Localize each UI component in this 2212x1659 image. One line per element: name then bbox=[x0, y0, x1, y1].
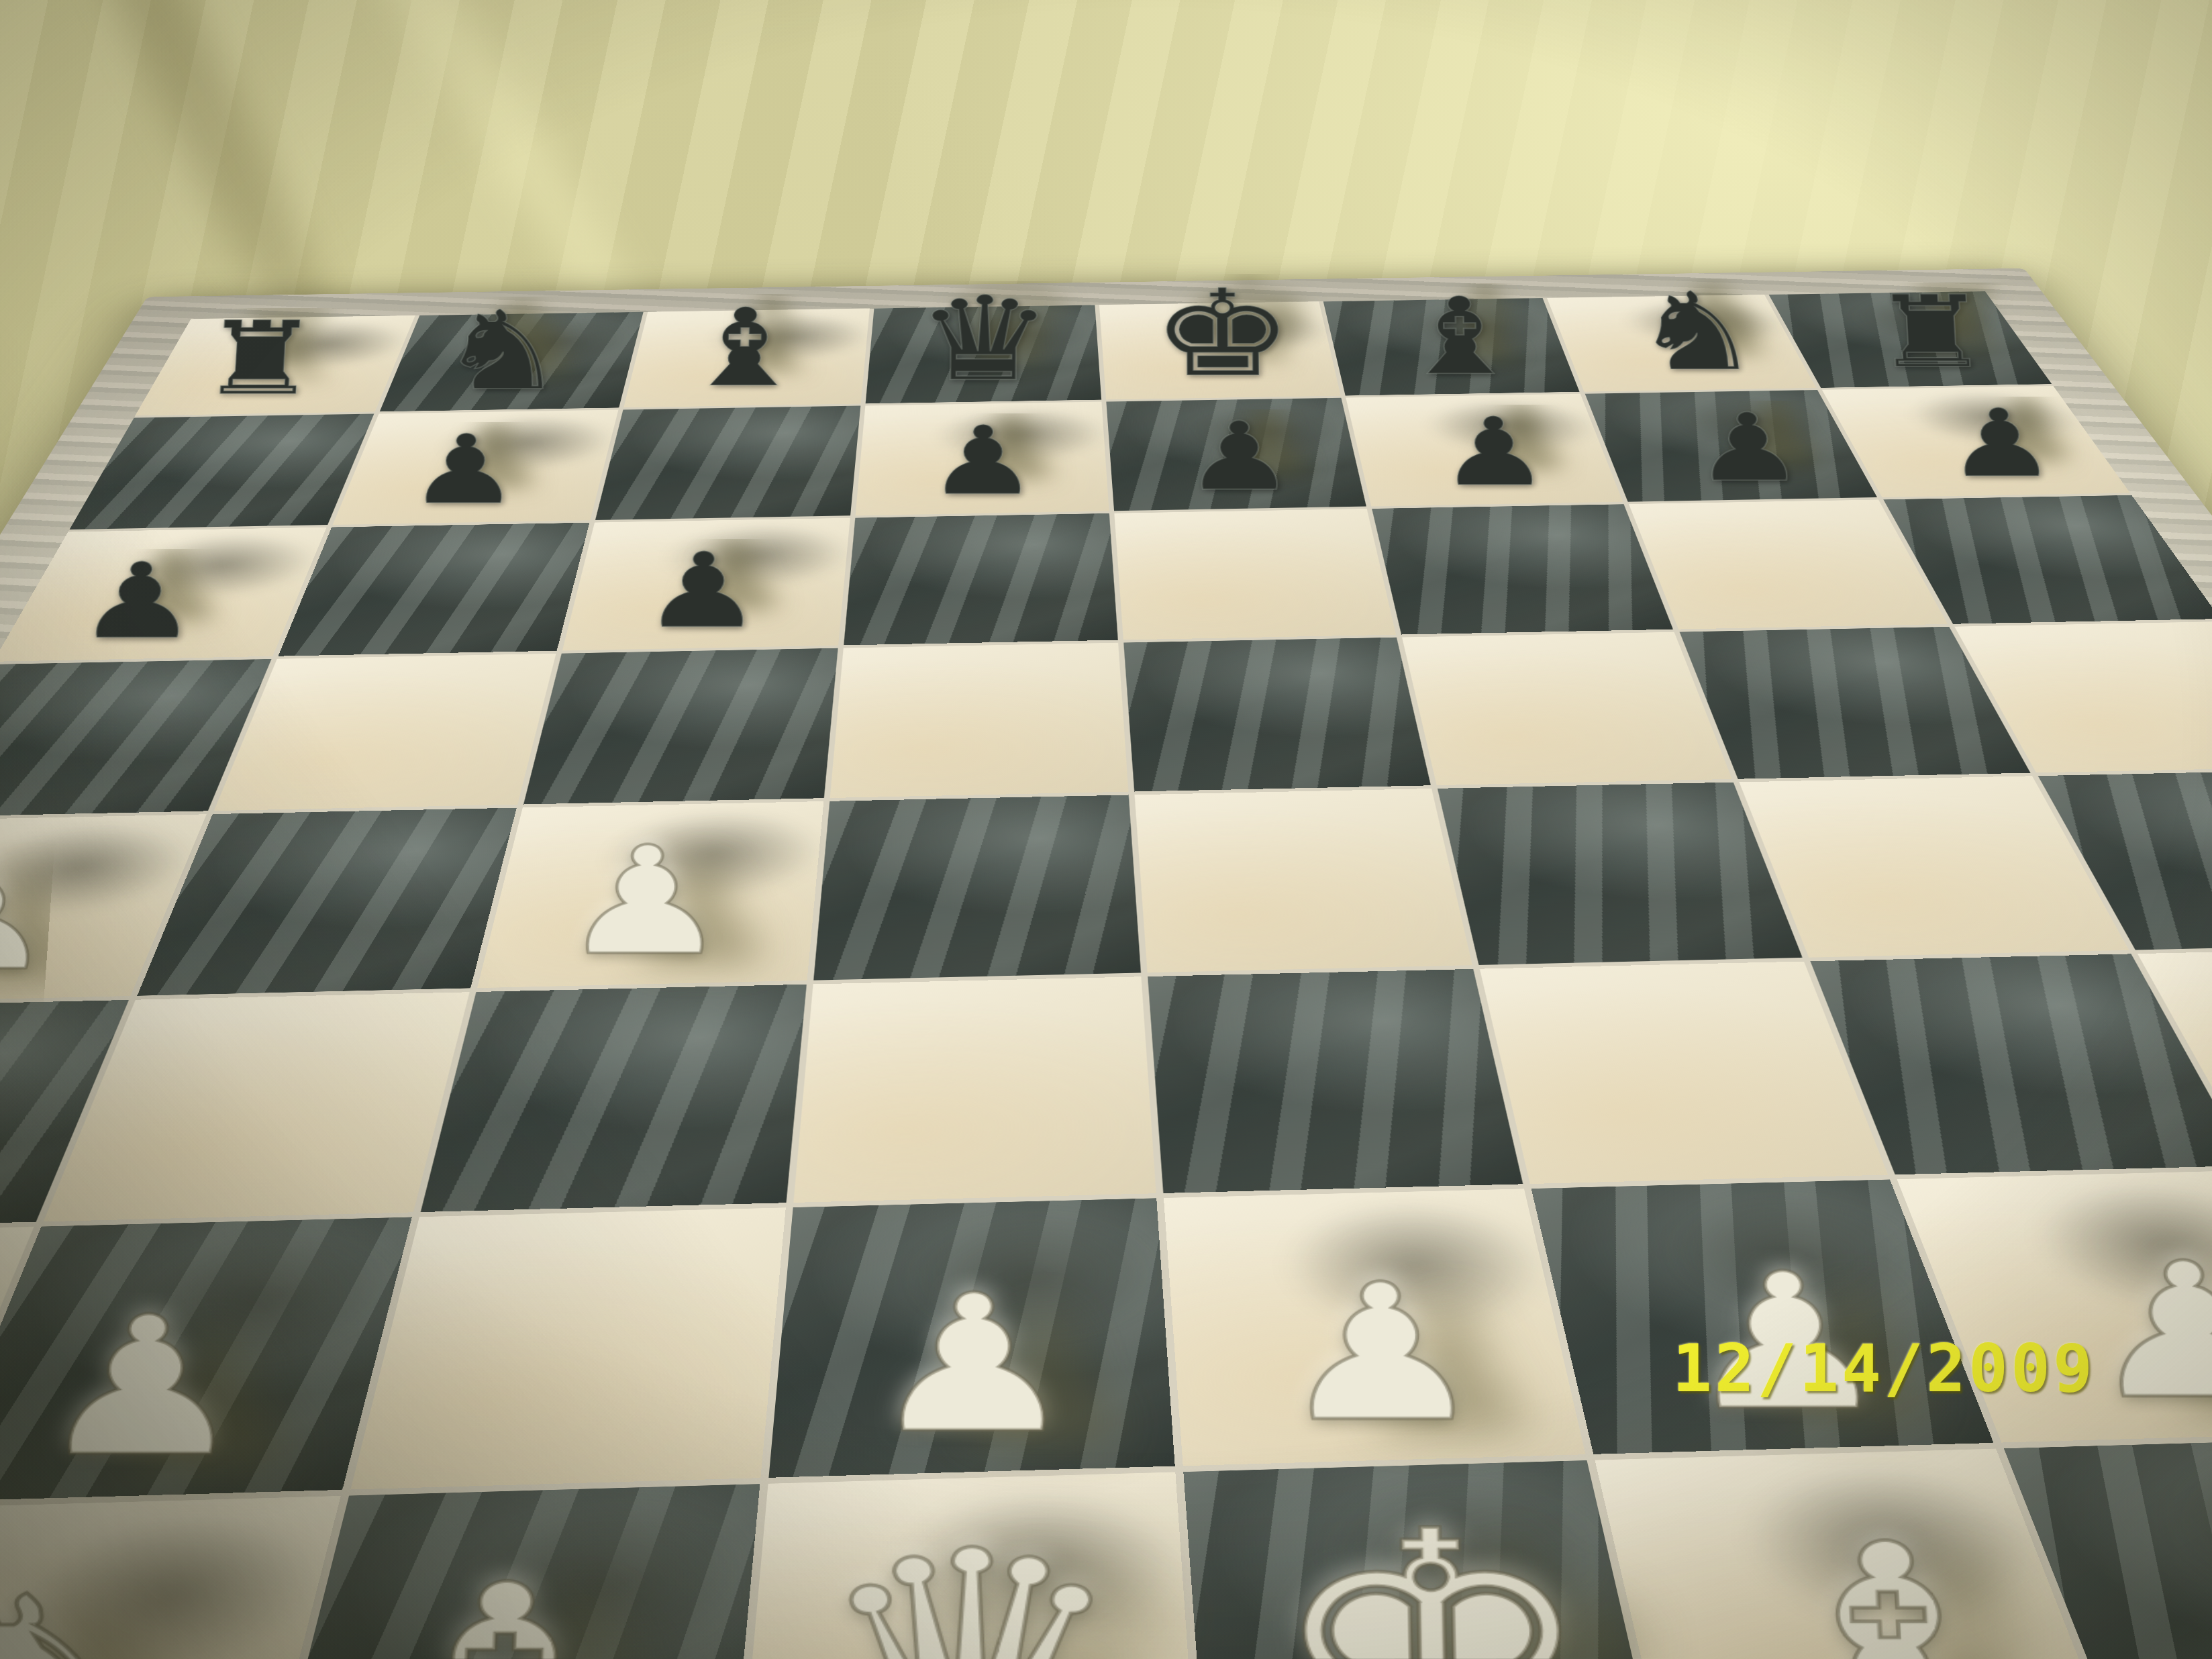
piece-black-bishop-f8[interactable]: ♝ bbox=[1395, 283, 1525, 390]
square-f6[interactable] bbox=[1372, 504, 1672, 634]
square-b7[interactable]: ♟ bbox=[333, 410, 618, 525]
photo-scene: ♜♞♝♛♚♝♞♜♟♟♟♟♟♟♟♟♟♟♟♟♟♟♟♟♜♞♝♛♚♝♞♜ 12/14/2… bbox=[0, 0, 2212, 1659]
square-d2[interactable]: ♟ bbox=[768, 1198, 1175, 1478]
square-g5[interactable] bbox=[1679, 627, 2030, 779]
square-c3[interactable] bbox=[420, 985, 807, 1212]
piece-black-pawn-b7[interactable]: ♟ bbox=[407, 422, 523, 517]
square-e4[interactable] bbox=[1135, 789, 1473, 972]
piece-white-pawn-g2[interactable]: ♟ bbox=[2078, 1239, 2212, 1425]
piece-black-pawn-h7[interactable]: ♟ bbox=[1942, 397, 2058, 491]
square-d8[interactable]: ♛ bbox=[865, 305, 1101, 404]
piece-white-pawn-d2[interactable]: ♟ bbox=[866, 1270, 1079, 1460]
piece-white-bishop-c1[interactable]: ♝ bbox=[349, 1551, 654, 1659]
piece-black-rook-h8[interactable]: ♜ bbox=[1870, 283, 1993, 383]
square-d1[interactable]: ♛ bbox=[737, 1472, 1199, 1659]
square-f5[interactable] bbox=[1402, 632, 1731, 786]
square-a8[interactable]: ♜ bbox=[135, 315, 415, 415]
square-e6[interactable] bbox=[1114, 509, 1396, 640]
square-g8[interactable]: ♞ bbox=[1546, 295, 1816, 392]
piece-white-pawn-b2[interactable]: ♟ bbox=[32, 1292, 257, 1483]
board-frame: ♜♞♝♛♚♝♞♜♟♟♟♟♟♟♟♟♟♟♟♟♟♟♟♟♜♞♝♛♚♝♞♜ bbox=[0, 268, 2212, 1659]
square-c6[interactable]: ♟ bbox=[562, 518, 850, 651]
square-b1[interactable]: ♞ bbox=[0, 1496, 340, 1659]
square-b8[interactable]: ♞ bbox=[380, 312, 643, 412]
piece-white-pawn-c4[interactable]: ♟ bbox=[558, 827, 734, 976]
square-e5[interactable] bbox=[1123, 638, 1431, 792]
square-c2[interactable] bbox=[350, 1207, 785, 1489]
square-f4[interactable] bbox=[1438, 783, 1802, 966]
piece-black-pawn-a6[interactable]: ♟ bbox=[74, 549, 203, 654]
piece-shadow bbox=[2067, 1418, 2212, 1658]
piece-white-pawn-a4[interactable]: ♟ bbox=[0, 842, 64, 993]
square-e7[interactable]: ♟ bbox=[1106, 398, 1366, 511]
piece-black-pawn-g7[interactable]: ♟ bbox=[1691, 401, 1805, 495]
square-h7[interactable]: ♟ bbox=[1822, 386, 2130, 497]
square-d3[interactable] bbox=[793, 977, 1156, 1203]
square-e3[interactable] bbox=[1148, 969, 1523, 1193]
square-c5[interactable] bbox=[523, 648, 838, 805]
piece-black-pawn-d7[interactable]: ♟ bbox=[926, 413, 1040, 508]
square-g3[interactable] bbox=[1810, 954, 2212, 1174]
square-c7[interactable] bbox=[595, 406, 860, 520]
piece-black-pawn-e7[interactable]: ♟ bbox=[1183, 409, 1296, 504]
piece-white-bishop-f1[interactable]: ♝ bbox=[1740, 1511, 2043, 1659]
square-a7[interactable] bbox=[70, 414, 374, 530]
piece-black-pawn-f7[interactable]: ♟ bbox=[1438, 405, 1552, 499]
piece-black-pawn-c6[interactable]: ♟ bbox=[640, 539, 765, 643]
piece-black-rook-a8[interactable]: ♜ bbox=[197, 309, 323, 410]
square-f8[interactable]: ♝ bbox=[1323, 298, 1579, 396]
square-d7[interactable]: ♟ bbox=[855, 402, 1109, 515]
date-stamp: 12/14/2009 bbox=[1672, 1330, 2095, 1407]
square-b2[interactable]: ♟ bbox=[0, 1217, 411, 1501]
square-c8[interactable]: ♝ bbox=[623, 309, 870, 408]
square-e8[interactable]: ♚ bbox=[1099, 301, 1341, 399]
piece-black-knight-b8[interactable]: ♞ bbox=[436, 297, 570, 406]
piece-white-queen-d1[interactable]: ♛ bbox=[808, 1514, 1129, 1659]
square-d4[interactable] bbox=[813, 795, 1141, 981]
piece-black-king-e8[interactable]: ♚ bbox=[1151, 274, 1295, 393]
square-d6[interactable] bbox=[844, 513, 1118, 646]
square-e2[interactable]: ♟ bbox=[1164, 1189, 1586, 1466]
square-d5[interactable] bbox=[829, 643, 1128, 798]
piece-white-knight-g1[interactable]: ♞ bbox=[2189, 1495, 2212, 1659]
square-g4[interactable] bbox=[1739, 776, 2129, 958]
piece-black-bishop-c8[interactable]: ♝ bbox=[678, 294, 809, 401]
square-e1[interactable]: ♚ bbox=[1183, 1460, 1665, 1659]
square-h8[interactable]: ♜ bbox=[1768, 291, 2052, 388]
piece-white-king-e1[interactable]: ♚ bbox=[1268, 1493, 1599, 1659]
chess-board: ♜♞♝♛♚♝♞♜♟♟♟♟♟♟♟♟♟♟♟♟♟♟♟♟♜♞♝♛♚♝♞♜ bbox=[0, 291, 2212, 1659]
piece-black-knight-g8[interactable]: ♞ bbox=[1630, 279, 1762, 386]
square-c4[interactable]: ♟ bbox=[476, 801, 823, 988]
piece-white-pawn-e2[interactable]: ♟ bbox=[1276, 1260, 1489, 1448]
square-a6[interactable]: ♟ bbox=[0, 527, 327, 662]
square-b6[interactable] bbox=[279, 523, 589, 656]
piece-black-queen-d8[interactable]: ♛ bbox=[914, 281, 1054, 398]
square-b5[interactable] bbox=[214, 654, 556, 811]
piece-white-knight-b1[interactable]: ♞ bbox=[0, 1562, 188, 1659]
square-f7[interactable]: ♟ bbox=[1346, 394, 1623, 506]
